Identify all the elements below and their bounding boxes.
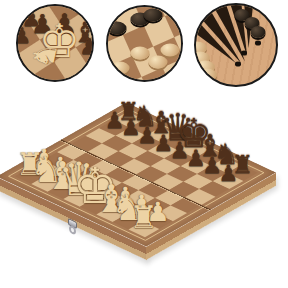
chess-board (0, 103, 276, 247)
product-photo-scene: ♟♟♟♟♝♟♟♚♞ ♜♞♝♛♚♝♞♜♟♟♟♟♟♟♟♟♟♟♟♟♟♟♟♟♜♞♝♛♚♝… (0, 0, 288, 288)
chess-board-assembly: ♜♞♝♛♚♝♞♜♟♟♟♟♟♟♟♟♟♟♟♟♟♟♟♟♜♞♝♛♚♝♞♜ (0, 0, 288, 288)
